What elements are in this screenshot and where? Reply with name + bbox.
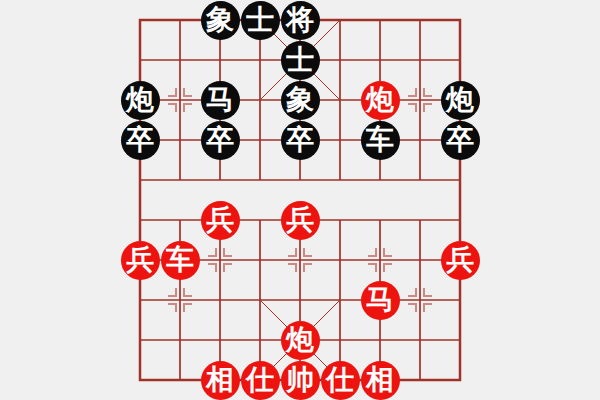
piece-layer: 象士将士炮马象炮炮卒卒卒车卒兵兵兵车兵马炮相仕帅仕相 <box>120 0 480 400</box>
piece-red-cannon[interactable]: 炮 <box>361 81 400 120</box>
piece-black-general[interactable]: 将 <box>281 1 320 40</box>
xiangqi-app: 象士将士炮马象炮炮卒卒卒车卒兵兵兵车兵马炮相仕帅仕相 <box>0 0 600 400</box>
piece-red-elephant[interactable]: 相 <box>361 361 400 400</box>
piece-black-cannon[interactable]: 炮 <box>441 81 480 120</box>
piece-black-advisor[interactable]: 士 <box>281 41 320 80</box>
piece-red-advisor[interactable]: 仕 <box>241 361 280 400</box>
piece-black-pawn[interactable]: 卒 <box>441 121 480 160</box>
piece-black-advisor[interactable]: 士 <box>241 1 280 40</box>
piece-red-elephant[interactable]: 相 <box>201 361 240 400</box>
piece-black-horse[interactable]: 马 <box>201 81 240 120</box>
piece-black-pawn[interactable]: 卒 <box>201 121 240 160</box>
piece-black-pawn[interactable]: 卒 <box>121 121 160 160</box>
piece-red-advisor[interactable]: 仕 <box>321 361 360 400</box>
piece-red-general[interactable]: 帅 <box>281 361 320 400</box>
piece-red-horse[interactable]: 马 <box>361 281 400 320</box>
piece-black-pawn[interactable]: 卒 <box>281 121 320 160</box>
piece-red-chariot[interactable]: 车 <box>161 241 200 280</box>
piece-black-elephant[interactable]: 象 <box>201 1 240 40</box>
piece-red-pawn[interactable]: 兵 <box>281 201 320 240</box>
piece-red-pawn[interactable]: 兵 <box>441 241 480 280</box>
piece-red-cannon[interactable]: 炮 <box>281 321 320 360</box>
piece-black-elephant[interactable]: 象 <box>281 81 320 120</box>
piece-black-chariot[interactable]: 车 <box>361 121 400 160</box>
piece-red-pawn[interactable]: 兵 <box>201 201 240 240</box>
piece-black-cannon[interactable]: 炮 <box>121 81 160 120</box>
piece-red-pawn[interactable]: 兵 <box>121 241 160 280</box>
